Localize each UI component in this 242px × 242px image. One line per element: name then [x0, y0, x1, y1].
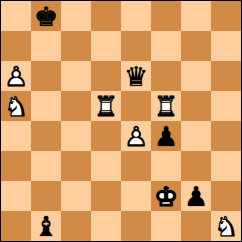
square-h7[interactable]	[211, 31, 241, 61]
piece-white-knight: ♞♘	[211, 211, 241, 241]
square-f8[interactable]	[151, 1, 181, 31]
square-f4[interactable]: ♟	[151, 121, 181, 151]
piece-white-rook: ♜♖	[151, 91, 181, 121]
square-a7[interactable]	[1, 31, 31, 61]
square-d6[interactable]	[91, 61, 121, 91]
square-a3[interactable]	[1, 151, 31, 181]
square-b8[interactable]: ♚	[31, 1, 61, 31]
square-g4[interactable]	[181, 121, 211, 151]
square-e8[interactable]	[121, 1, 151, 31]
square-f2[interactable]: ♚♔	[151, 181, 181, 211]
white-knight-outline: ♘	[211, 211, 241, 241]
square-f3[interactable]	[151, 151, 181, 181]
black-bishop-glyph: ♝	[31, 211, 61, 241]
black-queen-glyph: ♛	[121, 61, 151, 91]
square-e6[interactable]: ♛	[121, 61, 151, 91]
piece-black-bishop: ♝	[31, 211, 61, 241]
square-g5[interactable]	[181, 91, 211, 121]
piece-white-king: ♚♔	[151, 181, 181, 211]
square-a2[interactable]	[1, 181, 31, 211]
black-pawn-glyph: ♟	[151, 121, 181, 151]
square-f1[interactable]	[151, 211, 181, 241]
square-c5[interactable]	[61, 91, 91, 121]
square-c3[interactable]	[61, 151, 91, 181]
square-d7[interactable]	[91, 31, 121, 61]
square-e5[interactable]	[121, 91, 151, 121]
piece-black-king: ♚	[31, 1, 61, 31]
square-g7[interactable]	[181, 31, 211, 61]
square-g8[interactable]	[181, 1, 211, 31]
white-knight-outline: ♘	[1, 91, 31, 121]
chess-board: ♚♟♙♛♞♘♜♖♜♖♟♙♟♚♔♟♝♞♘	[0, 0, 242, 242]
square-g3[interactable]	[181, 151, 211, 181]
square-g6[interactable]	[181, 61, 211, 91]
square-g2[interactable]: ♟	[181, 181, 211, 211]
square-e2[interactable]	[121, 181, 151, 211]
square-a1[interactable]	[1, 211, 31, 241]
square-a5[interactable]: ♞♘	[1, 91, 31, 121]
square-f5[interactable]: ♜♖	[151, 91, 181, 121]
square-e1[interactable]	[121, 211, 151, 241]
square-b1[interactable]: ♝	[31, 211, 61, 241]
square-a8[interactable]	[1, 1, 31, 31]
square-b2[interactable]	[31, 181, 61, 211]
piece-white-rook: ♜♖	[91, 91, 121, 121]
white-rook-outline: ♖	[91, 91, 121, 121]
square-h1[interactable]: ♞♘	[211, 211, 241, 241]
square-h3[interactable]	[211, 151, 241, 181]
square-h2[interactable]	[211, 181, 241, 211]
white-pawn-outline: ♙	[1, 61, 31, 91]
square-c1[interactable]	[61, 211, 91, 241]
square-e3[interactable]	[121, 151, 151, 181]
square-d3[interactable]	[91, 151, 121, 181]
square-e4[interactable]: ♟♙	[121, 121, 151, 151]
black-king-glyph: ♚	[31, 1, 61, 31]
square-b3[interactable]	[31, 151, 61, 181]
piece-black-pawn: ♟	[151, 121, 181, 151]
square-c6[interactable]	[61, 61, 91, 91]
square-d2[interactable]	[91, 181, 121, 211]
square-c2[interactable]	[61, 181, 91, 211]
square-e7[interactable]	[121, 31, 151, 61]
square-h8[interactable]	[211, 1, 241, 31]
square-d1[interactable]	[91, 211, 121, 241]
white-king-outline: ♔	[151, 181, 181, 211]
square-a6[interactable]: ♟♙	[1, 61, 31, 91]
square-g1[interactable]	[181, 211, 211, 241]
square-f7[interactable]	[151, 31, 181, 61]
square-f6[interactable]	[151, 61, 181, 91]
square-c8[interactable]	[61, 1, 91, 31]
square-a4[interactable]	[1, 121, 31, 151]
square-b5[interactable]	[31, 91, 61, 121]
square-b6[interactable]	[31, 61, 61, 91]
square-c4[interactable]	[61, 121, 91, 151]
white-pawn-outline: ♙	[121, 121, 151, 151]
square-b7[interactable]	[31, 31, 61, 61]
square-d8[interactable]	[91, 1, 121, 31]
piece-black-queen: ♛	[121, 61, 151, 91]
square-h6[interactable]	[211, 61, 241, 91]
black-pawn-glyph: ♟	[181, 181, 211, 211]
piece-white-pawn: ♟♙	[1, 61, 31, 91]
square-d4[interactable]	[91, 121, 121, 151]
square-d5[interactable]: ♜♖	[91, 91, 121, 121]
piece-white-knight: ♞♘	[1, 91, 31, 121]
piece-white-pawn: ♟♙	[121, 121, 151, 151]
square-b4[interactable]	[31, 121, 61, 151]
square-h5[interactable]	[211, 91, 241, 121]
piece-black-pawn: ♟	[181, 181, 211, 211]
white-rook-outline: ♖	[151, 91, 181, 121]
square-h4[interactable]	[211, 121, 241, 151]
square-c7[interactable]	[61, 31, 91, 61]
